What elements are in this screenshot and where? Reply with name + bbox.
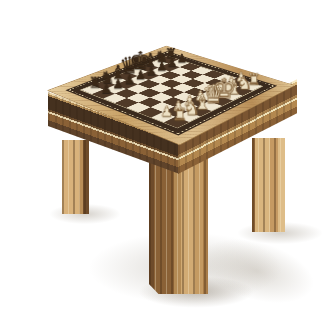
black-pawn-piece: ♟: [135, 68, 146, 81]
black-pawn-piece: ♟: [100, 82, 112, 95]
black-pawn-piece: ♟: [156, 60, 167, 72]
table-top-scene: ♜♞♝♛♚♝♞♜♟♟♟♟♟♟♟♟♟♟♟♟♟♟♟♟♜♞♝♛♚♝♞♜: [84, 0, 260, 176]
white-pawn-piece: ♟: [160, 104, 173, 118]
chess-table-photo: ♜♞♝♛♚♝♞♜♟♟♟♟♟♟♟♟♟♟♟♟♟♟♟♟♜♞♝♛♚♝♞♜: [0, 0, 330, 322]
black-pawn-piece: ♟: [177, 52, 188, 64]
table-top: ♜♞♝♛♚♝♞♜♟♟♟♟♟♟♟♟♟♟♟♟♟♟♟♟♜♞♝♛♚♝♞♜: [47, 46, 296, 145]
black-pawn-piece: ♟: [112, 77, 124, 90]
black-pawn-piece: ♟: [124, 73, 136, 86]
white-rook-piece: ♜: [172, 107, 187, 124]
black-pawn-piece: ♟: [146, 64, 157, 77]
black-pawn-piece: ♟: [167, 56, 178, 68]
floor-shadow: [192, 227, 321, 315]
